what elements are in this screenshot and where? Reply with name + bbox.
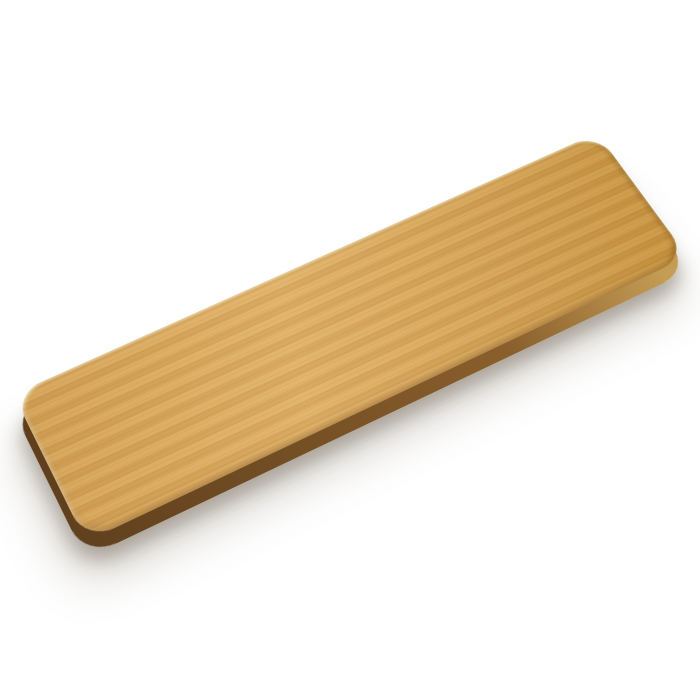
photo-background [0,0,700,700]
board-top-surface [13,133,688,542]
mancala-board [13,133,688,542]
